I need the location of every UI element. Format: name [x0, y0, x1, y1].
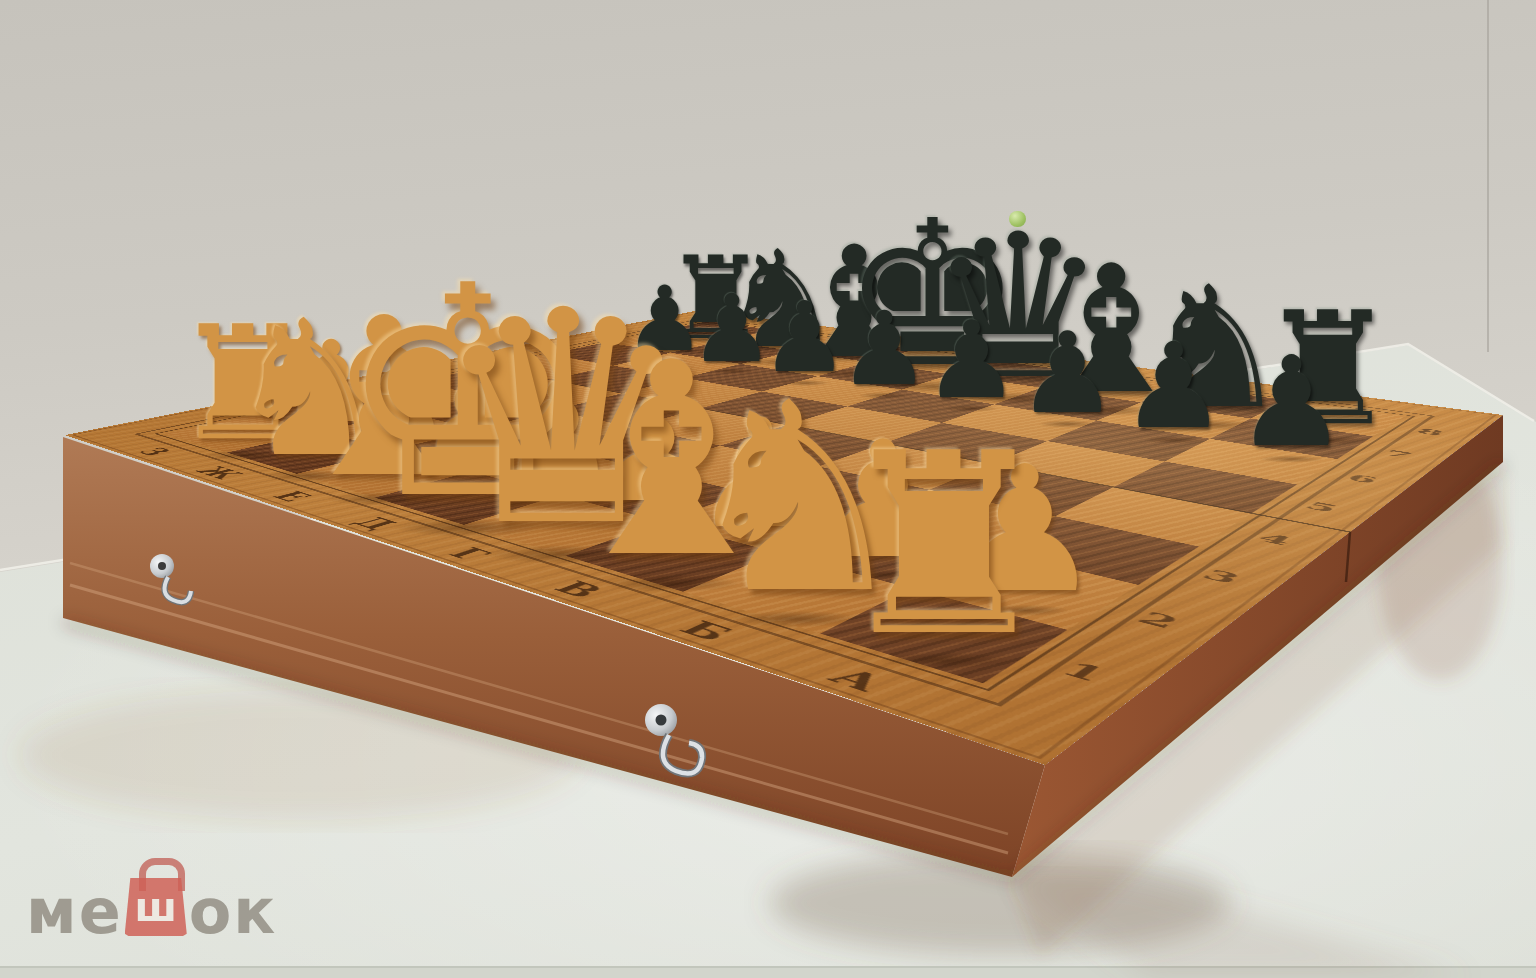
- watermark-text-right: ок: [189, 888, 278, 936]
- scene: ЗЖЕДГВБА12345678 ♜♞♝♛♚♝♞♜♟♟♟♟♟♟♟♟♟♟♟♟♟♟♟…: [0, 0, 1536, 978]
- shopping-bag-icon: ш: [125, 878, 187, 936]
- black-pawn[interactable]: ♟: [1229, 340, 1354, 465]
- watermark-bag-letter: ш: [134, 887, 176, 927]
- watermark-text-left: ме: [26, 888, 123, 936]
- watermark: ме ш ок: [26, 878, 277, 936]
- white-rook[interactable]: ♜: [819, 421, 1069, 671]
- black-pawn[interactable]: ♟: [1115, 327, 1233, 445]
- bag-body: ш: [125, 878, 187, 936]
- black-pawn[interactable]: ♟: [918, 307, 1025, 414]
